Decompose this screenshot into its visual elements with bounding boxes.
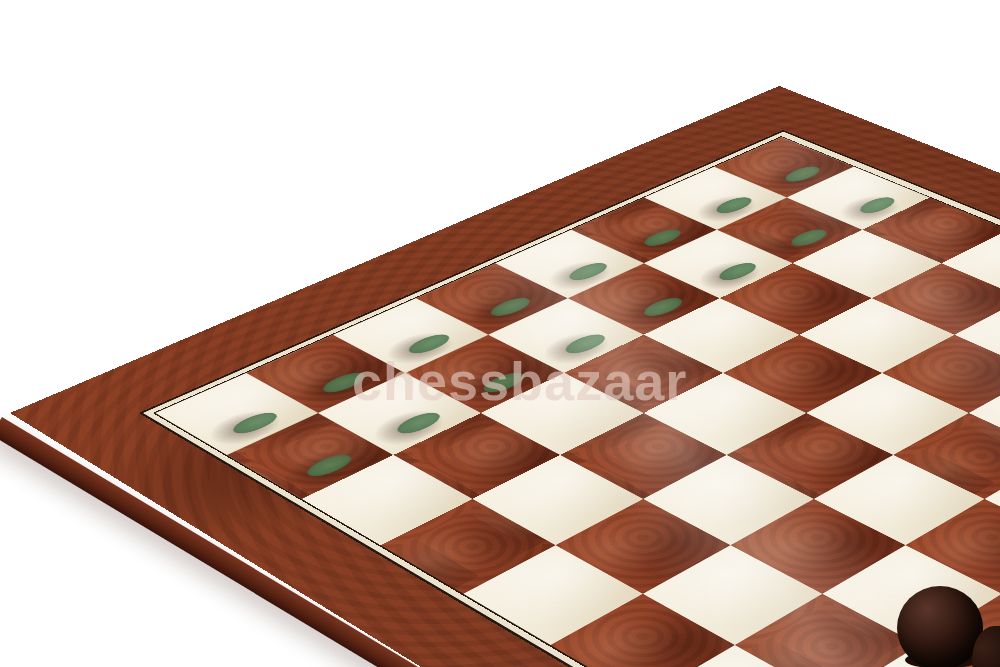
square-h5: [463, 545, 642, 645]
square-d5: [806, 373, 969, 455]
chess-set-photo: ♜♞♝♚♛♝♞♜♟♟♟♟♟♟♟♟ chessbazaar: [0, 0, 1000, 667]
watermark-text: chessbazaar: [352, 350, 687, 412]
dark-pawn-top: [897, 586, 983, 667]
square-f5: [643, 455, 814, 545]
